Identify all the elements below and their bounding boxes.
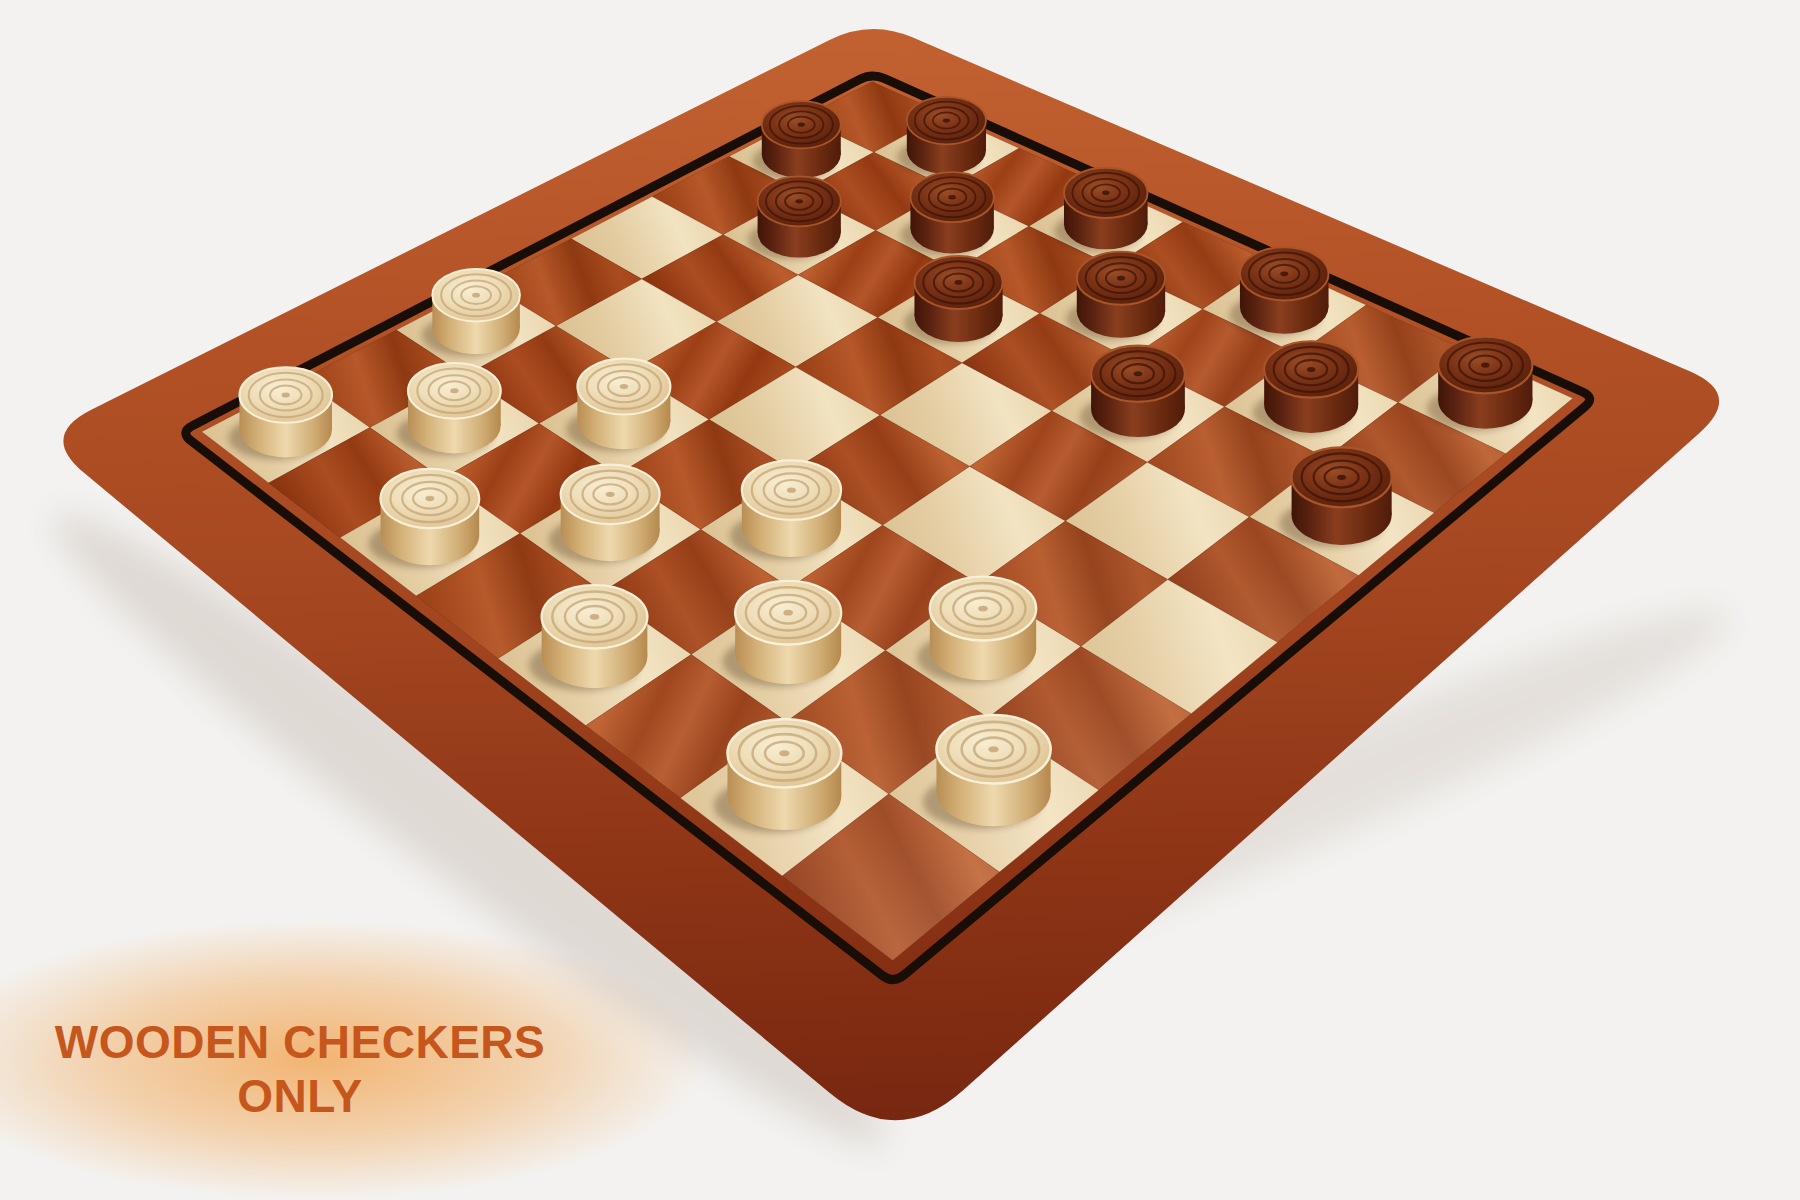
product-photo: WOODEN CHECKERS ONLY (0, 0, 1800, 1200)
caption: WOODEN CHECKERS ONLY (0, 1016, 600, 1124)
caption-line-1: WOODEN CHECKERS (0, 1016, 600, 1070)
caption-line-2: ONLY (0, 1070, 600, 1124)
